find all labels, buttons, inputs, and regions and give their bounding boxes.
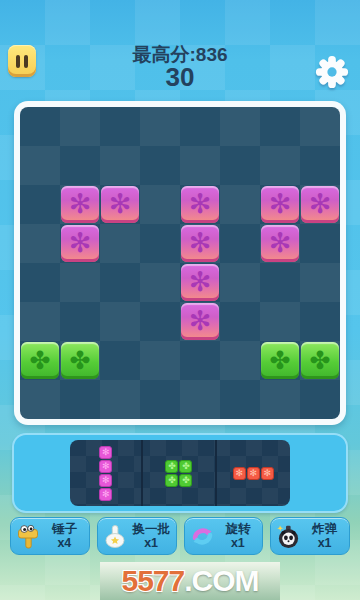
powerup-count: x1 [231,536,245,550]
powerup-label: 换一批 [132,522,170,536]
green-flower-glyph: ✤ [270,348,291,373]
green-mini-cell: ✤ [165,474,178,487]
green-mini-cell: ✤ [179,460,192,473]
rotate-powerup-button[interactable]: 旋转 x1 [184,517,264,555]
board-cell-r0c5[interactable] [220,107,260,146]
pink-tile: ✻ [61,225,99,262]
green-mini-cell: ✤ [179,474,192,487]
board-cell-r7c1[interactable] [60,380,100,419]
game-board[interactable]: ✻✻✻✻✻✻✻✻✻✻✤✤✤✤ [20,107,340,419]
board-cell-r5c5[interactable] [220,302,260,341]
board-cell-r3c4[interactable]: ✻ [180,224,220,263]
pink-tile: ✻ [101,186,139,223]
powerup-count: x4 [57,536,71,550]
board-cell-r6c0[interactable]: ✤ [20,341,60,380]
board-cell-r7c5[interactable] [220,380,260,419]
green-tile: ✤ [301,342,339,379]
board-cell-r2c2[interactable]: ✻ [100,185,140,224]
pink-tile: ✻ [181,225,219,262]
board-cell-r7c4[interactable] [180,380,220,419]
pink-tile: ✻ [61,186,99,223]
powerup-count: x1 [318,536,332,550]
green-mini-cell: ✤ [165,460,178,473]
board-cell-r6c3[interactable] [140,341,180,380]
board-cell-r1c4[interactable] [180,146,220,185]
pink-flower-glyph: ✻ [109,191,132,218]
board-cell-r7c6[interactable] [260,380,300,419]
board-cell-r0c0[interactable] [20,107,60,146]
glove-icon [102,523,129,550]
board-cell-r4c6[interactable] [260,263,300,302]
pink-flower-glyph: ✻ [269,191,292,218]
piece-tray: ✻✻✻✻ ✤✤✤✤ ✻✻✻ [12,433,348,513]
board-cell-r1c7[interactable] [300,146,340,185]
board-frame: ✻✻✻✻✻✻✻✻✻✻✤✤✤✤ [14,101,346,425]
powerup-label: 炸弹 [312,522,337,536]
tray-slot-3[interactable]: ✻✻✻ [217,440,290,506]
pink-flower-glyph: ✻ [69,230,92,257]
board-cell-r5c4[interactable]: ✻ [180,302,220,341]
pink-tile: ✻ [181,186,219,223]
swap-batch-powerup-button[interactable]: 换一批 x1 [97,517,177,555]
board-cell-r4c4[interactable]: ✻ [180,263,220,302]
pink-flower-glyph: ✻ [189,191,212,218]
board-cell-r1c0[interactable] [20,146,60,185]
powerup-bar: 锤子 x4 换一批 x1 旋转 x1 [0,517,360,555]
red-mini-cell: ✻ [261,467,274,480]
current-score: 30 [0,62,360,93]
board-cell-r5c7[interactable] [300,302,340,341]
powerup-text: 旋转 x1 [216,522,261,551]
pink-flower-glyph: ✻ [189,308,212,335]
board-cell-r0c3[interactable] [140,107,180,146]
game-screen: 最高分:836 30 ✻✻✻✻✻✻✻✻✻✻✤✤✤✤ ✻✻✻✻ ✤✤✤✤ ✻✻✻ [0,0,360,600]
board-cell-r2c4[interactable]: ✻ [180,185,220,224]
board-cell-r5c6[interactable] [260,302,300,341]
board-cell-r0c4[interactable] [180,107,220,146]
board-cell-r7c3[interactable] [140,380,180,419]
board-cell-r3c0[interactable] [20,224,60,263]
board-cell-r4c2[interactable] [100,263,140,302]
board-cell-r6c1[interactable]: ✤ [60,341,100,380]
board-cell-r1c6[interactable] [260,146,300,185]
board-cell-r6c7[interactable]: ✤ [300,341,340,380]
tray-slot-1[interactable]: ✻✻✻✻ [70,440,143,506]
bomb-powerup-button[interactable]: 炸弹 x1 [270,517,350,555]
board-cell-r3c6[interactable]: ✻ [260,224,300,263]
board-cell-r2c0[interactable] [20,185,60,224]
hammer-icon [15,523,42,550]
board-cell-r0c7[interactable] [300,107,340,146]
board-cell-r5c1[interactable] [60,302,100,341]
tray-panel: ✻✻✻✻ ✤✤✤✤ ✻✻✻ [70,440,290,506]
pink-flower-glyph: ✻ [309,191,332,218]
board-cell-r1c2[interactable] [100,146,140,185]
board-cell-r0c6[interactable] [260,107,300,146]
board-cell-r4c0[interactable] [20,263,60,302]
board-cell-r3c1[interactable]: ✻ [60,224,100,263]
rotate-icon [189,523,216,550]
pink-tile: ✻ [261,186,299,223]
board-cell-r1c5[interactable] [220,146,260,185]
board-cell-r7c7[interactable] [300,380,340,419]
pink-tile: ✻ [181,303,219,340]
board-cell-r3c2[interactable] [100,224,140,263]
pink-mini-cell: ✻ [99,446,112,459]
green-tile: ✤ [21,342,59,379]
pink-flower-glyph: ✻ [189,269,212,296]
green-tile: ✤ [261,342,299,379]
board-cell-r1c3[interactable] [140,146,180,185]
powerup-text: 锤子 x4 [42,522,87,551]
board-cell-r2c1[interactable]: ✻ [60,185,100,224]
board-cell-r4c7[interactable] [300,263,340,302]
red-mini-cell: ✻ [233,467,246,480]
watermark-number: 5577 [121,564,184,598]
red-1x3-horizontal[interactable]: ✻✻✻ [233,467,274,480]
pink-tile: ✻ [181,264,219,301]
board-cell-r4c5[interactable] [220,263,260,302]
green-flower-glyph: ✤ [70,348,91,373]
board-cell-r7c2[interactable] [100,380,140,419]
board-cell-r2c7[interactable]: ✻ [300,185,340,224]
red-mini-cell: ✻ [247,467,260,480]
board-cell-r4c3[interactable] [140,263,180,302]
green-tile: ✤ [61,342,99,379]
board-cell-r3c3[interactable] [140,224,180,263]
green-flower-glyph: ✤ [30,348,51,373]
pink-1x4-vertical[interactable]: ✻✻✻✻ [99,446,112,501]
pink-flower-glyph: ✻ [69,191,92,218]
board-cell-r4c1[interactable] [60,263,100,302]
board-cell-r6c6[interactable]: ✤ [260,341,300,380]
board-cell-r3c5[interactable] [220,224,260,263]
watermark-domain: .COM [184,564,258,598]
board-cell-r2c5[interactable] [220,185,260,224]
board-cell-r5c0[interactable] [20,302,60,341]
pink-flower-glyph: ✻ [269,230,292,257]
hammer-powerup-button[interactable]: 锤子 x4 [10,517,90,555]
board-cell-r3c7[interactable] [300,224,340,263]
settings-button[interactable] [314,54,350,90]
green-flower-glyph: ✤ [310,348,331,373]
board-cell-r6c4[interactable] [180,341,220,380]
pink-mini-cell: ✻ [99,460,112,473]
board-cell-r2c3[interactable] [140,185,180,224]
powerup-text: 换一批 x1 [129,522,174,551]
pink-mini-cell: ✻ [99,474,112,487]
board-cell-r5c2[interactable] [100,302,140,341]
board-cell-r1c1[interactable] [60,146,100,185]
board-cell-r6c5[interactable] [220,341,260,380]
powerup-text: 炸弹 x1 [302,522,347,551]
green-2x2[interactable]: ✤✤✤✤ [165,460,192,487]
board-cell-r2c6[interactable]: ✻ [260,185,300,224]
powerup-count: x1 [144,536,158,550]
tray-slot-2[interactable]: ✤✤✤✤ [143,440,216,506]
board-cell-r6c2[interactable] [100,341,140,380]
watermark-banner: 5577.COM [100,562,280,600]
powerup-label: 旋转 [225,522,250,536]
pink-tile: ✻ [301,186,339,223]
bomb-icon [275,523,302,550]
board-cell-r7c0[interactable] [20,380,60,419]
gear-icon [314,54,350,90]
board-cell-r0c1[interactable] [60,107,100,146]
board-cell-r0c2[interactable] [100,107,140,146]
powerup-label: 锤子 [52,522,77,536]
pink-flower-glyph: ✻ [189,230,212,257]
board-cell-r5c3[interactable] [140,302,180,341]
pink-mini-cell: ✻ [99,488,112,501]
pink-tile: ✻ [261,225,299,262]
